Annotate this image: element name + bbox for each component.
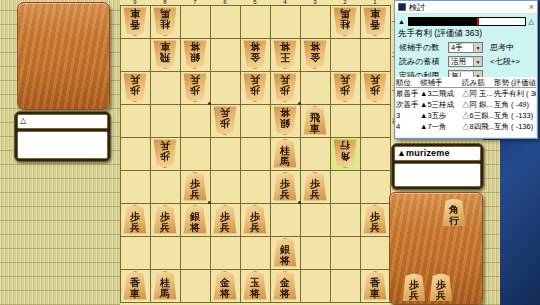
shogi-piece-歩兵[interactable]: 歩兵 (213, 106, 237, 135)
tatami-strip (483, 140, 500, 305)
shogi-piece-歩兵[interactable]: 歩兵 (363, 73, 387, 102)
dropdown-value: 4手 (449, 43, 473, 52)
hoshi-dot (208, 201, 211, 204)
shogi-piece-歩兵[interactable]: 歩兵 (123, 73, 147, 102)
sente-name-label: ▲murizeme (394, 146, 481, 161)
close-icon[interactable]: × (529, 3, 534, 12)
shogi-piece-玉将[interactable]: 玉将 (243, 271, 267, 300)
table-cell: △8四飛... (462, 121, 494, 132)
option-label: 候補手の数 (399, 42, 448, 53)
eval-bar (408, 17, 526, 26)
shogi-piece-歩兵[interactable]: 歩兵 (243, 205, 267, 234)
shogi-piece-歩兵[interactable]: 歩兵 (363, 205, 387, 234)
table-row[interactable]: 3▲3五歩△6三銀...互角 ( -133) (396, 110, 536, 121)
reading-dropdown[interactable]: 活用 ▼ (448, 56, 483, 67)
shogi-piece-歩兵[interactable]: 歩兵 (429, 273, 453, 302)
shogi-piece-桂馬[interactable]: 桂馬 (153, 7, 177, 36)
window-icon (398, 3, 406, 11)
table-cell: △6三銀... (462, 110, 494, 121)
shogi-piece-香車[interactable]: 香車 (123, 7, 147, 36)
shogi-piece-歩兵[interactable]: 歩兵 (213, 205, 237, 234)
shogi-piece-歩兵[interactable]: 歩兵 (183, 73, 207, 102)
candidates-dropdown[interactable]: 4手 ▼ (448, 42, 483, 53)
shogi-piece-銀将[interactable]: 銀将 (273, 238, 297, 267)
table-row[interactable]: 4▲7一角△8四飛...互角 ( -136) (396, 121, 536, 132)
shogi-piece-歩兵[interactable]: 歩兵 (123, 205, 147, 234)
status-level: <七段+> (490, 56, 520, 67)
shogi-piece-歩兵[interactable]: 歩兵 (303, 172, 327, 201)
table-cell: ▲3二飛成 (420, 88, 462, 99)
eval-bar-marker (477, 18, 479, 25)
window-title: 検討 (409, 2, 425, 13)
eval-bar-fill (409, 18, 478, 25)
table-cell: 読み筋 (462, 77, 494, 87)
hoshi-dot (298, 102, 301, 105)
option-reading: 読みの蓄積 活用 ▼ <七段+> (395, 54, 537, 68)
table-cell: ▲5三桂成 (420, 99, 462, 110)
gote-comment-box (17, 131, 108, 159)
table-cell: 候補手 (420, 77, 462, 87)
shogi-piece-桂馬[interactable]: 桂馬 (333, 7, 357, 36)
table-row[interactable]: 最善手▲3二飛成△同 玉...先手有利 ( 363) (396, 88, 536, 99)
shogi-piece-飛車[interactable]: 飛車 (153, 40, 177, 69)
shogi-piece-歩兵[interactable]: 歩兵 (333, 73, 357, 102)
sente-nameplate: ▲murizeme (391, 143, 484, 190)
shogi-piece-香車[interactable]: 香車 (363, 7, 387, 36)
gote-nameplate: △ (14, 111, 111, 162)
table-cell: 3 (396, 110, 420, 121)
shogi-piece-歩兵[interactable]: 歩兵 (273, 73, 297, 102)
shogi-piece-歩兵[interactable]: 歩兵 (402, 273, 426, 302)
table-cell: 最善手 (396, 88, 420, 99)
shogi-piece-銀将[interactable]: 銀将 (273, 106, 297, 135)
shogi-piece-角行[interactable]: 角行 (333, 139, 357, 168)
shogi-piece-香車[interactable]: 香車 (123, 271, 147, 300)
sente-komadai[interactable]: 角行歩兵歩兵 (389, 192, 483, 305)
table-cell: 4 (396, 121, 420, 132)
table-cell: △同 銀... (462, 99, 494, 110)
shogi-piece-飛車[interactable]: 飛車 (303, 106, 327, 135)
dropdown-value: 活用 (449, 57, 473, 66)
shogi-piece-角行[interactable]: 角行 (442, 198, 466, 227)
dropdown-arrow-icon[interactable]: ▼ (473, 57, 482, 66)
shogi-piece-金将[interactable]: 金将 (243, 40, 267, 69)
table-cell: ▲3五歩 (420, 110, 462, 121)
hoshi-dot (298, 201, 301, 204)
analysis-window: 検討 × ▲ △ 先手有利 (評価値 363) 候補手の数 4手 ▼ 思考中 読… (394, 0, 538, 139)
shogi-piece-王将[interactable]: 王将 (273, 40, 297, 69)
shogi-piece-歩兵[interactable]: 歩兵 (183, 172, 207, 201)
sente-comment-box (394, 163, 481, 187)
shogi-piece-歩兵[interactable]: 歩兵 (243, 73, 267, 102)
table-cell: 形勢 (評価値) (494, 77, 536, 87)
eval-text: 先手有利 (評価値 363) (395, 27, 537, 40)
table-row[interactable]: 次善手▲5三桂成△同 銀...互角 ( -49) (396, 99, 536, 110)
shogi-piece-歩兵[interactable]: 歩兵 (153, 139, 177, 168)
shogi-board[interactable]: 987654321 一二三四五六七八九 香車桂馬桂馬香車飛車銀将金将王将金将歩兵… (120, 0, 400, 305)
dropdown-arrow-icon[interactable]: ▼ (473, 43, 482, 52)
table-cell: ▲7一角 (420, 121, 462, 132)
gote-name-label: △ (17, 114, 108, 129)
shogi-piece-銀将[interactable]: 銀将 (183, 205, 207, 234)
table-cell: 互角 ( -136) (494, 121, 536, 132)
shogi-piece-歩兵[interactable]: 歩兵 (153, 205, 177, 234)
shogi-piece-歩兵[interactable]: 歩兵 (273, 172, 297, 201)
shogi-piece-金将[interactable]: 金将 (213, 271, 237, 300)
shogi-piece-金将[interactable]: 金将 (273, 271, 297, 300)
option-candidates: 候補手の数 4手 ▼ 思考中 (395, 40, 537, 54)
gote-mark: △ (529, 18, 534, 26)
table-cell: 順位 (396, 77, 420, 87)
table-cell: 次善手 (396, 99, 420, 110)
shogi-app: △ 987654321 一二三四五六七八九 香車桂馬桂馬香車飛車銀将金将王将金将… (0, 0, 540, 305)
shogi-piece-桂馬[interactable]: 桂馬 (273, 139, 297, 168)
status-thinking: 思考中 (490, 42, 514, 53)
hoshi-dot (208, 102, 211, 105)
table-cell: 互角 ( -49) (494, 99, 536, 110)
table-cell: △同 玉... (462, 88, 494, 99)
option-label: 読みの蓄積 (399, 56, 448, 67)
table-header-row: 順位候補手読み筋形勢 (評価値) (396, 77, 536, 88)
shogi-piece-香車[interactable]: 香車 (363, 271, 387, 300)
analysis-titlebar[interactable]: 検討 × (395, 1, 537, 14)
eval-row: ▲ △ (395, 14, 537, 27)
shogi-piece-銀将[interactable]: 銀将 (183, 40, 207, 69)
candidate-table[interactable]: 順位候補手読み筋形勢 (評価値)最善手▲3二飛成△同 玉...先手有利 ( 36… (396, 77, 536, 137)
board-grid[interactable]: 香車桂馬桂馬香車飛車銀将金将王将金将歩兵歩兵歩兵歩兵歩兵歩兵歩兵銀将飛車歩兵桂馬… (120, 5, 391, 303)
table-cell: 先手有利 ( 363) (494, 88, 536, 99)
shogi-piece-金将[interactable]: 金将 (303, 40, 327, 69)
table-cell: 互角 ( -133) (494, 110, 536, 121)
shogi-piece-桂馬[interactable]: 桂馬 (153, 271, 177, 300)
sente-mark: ▲ (398, 18, 405, 26)
gote-komadai[interactable] (17, 2, 110, 110)
